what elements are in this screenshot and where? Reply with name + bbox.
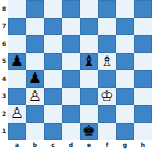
file-label-c: c — [44, 140, 62, 150]
file-labels: abcdefgh — [8, 140, 152, 150]
rank-label-1: 1 — [0, 123, 8, 141]
square-e8[interactable] — [80, 0, 98, 18]
square-f7[interactable] — [98, 18, 116, 36]
square-c1[interactable] — [44, 123, 62, 141]
square-h1[interactable] — [134, 123, 152, 141]
chess-diagram: 87654321 ♟♝♝♗♟♟♙♚♔♟♙♚ abcdefgh — [0, 0, 152, 150]
square-c5[interactable] — [44, 53, 62, 71]
square-e4[interactable] — [80, 70, 98, 88]
file-label-b: b — [26, 140, 44, 150]
square-b8[interactable] — [26, 0, 44, 18]
square-g6[interactable] — [116, 35, 134, 53]
white-king-outline-glyph: ♔ — [98, 88, 116, 106]
square-d2[interactable] — [62, 105, 80, 123]
square-g1[interactable] — [116, 123, 134, 141]
square-b4[interactable]: ♟ — [26, 70, 44, 88]
square-d3[interactable] — [62, 88, 80, 106]
file-label-d: d — [62, 140, 80, 150]
file-label-h: h — [134, 140, 152, 150]
piece-white-king-f3[interactable]: ♚♔ — [98, 88, 116, 106]
square-h6[interactable] — [134, 35, 152, 53]
square-h8[interactable] — [134, 0, 152, 18]
square-f4[interactable] — [98, 70, 116, 88]
square-h3[interactable] — [134, 88, 152, 106]
square-d1[interactable] — [62, 123, 80, 141]
square-g8[interactable] — [116, 0, 134, 18]
square-h5[interactable] — [134, 53, 152, 71]
square-e3[interactable] — [80, 88, 98, 106]
piece-black-pawn-a5[interactable]: ♟ — [8, 53, 26, 71]
piece-white-pawn-b3[interactable]: ♟♙ — [26, 88, 44, 106]
square-a2[interactable]: ♟♙ — [8, 105, 26, 123]
square-g7[interactable] — [116, 18, 134, 36]
white-bishop-outline-glyph: ♗ — [98, 53, 116, 71]
square-f1[interactable] — [98, 123, 116, 141]
piece-black-king-e1[interactable]: ♚ — [80, 123, 98, 141]
square-f2[interactable] — [98, 105, 116, 123]
square-g2[interactable] — [116, 105, 134, 123]
square-b5[interactable] — [26, 53, 44, 71]
square-e7[interactable] — [80, 18, 98, 36]
square-h4[interactable] — [134, 70, 152, 88]
square-d4[interactable] — [62, 70, 80, 88]
piece-white-pawn-a2[interactable]: ♟♙ — [8, 105, 26, 123]
square-f6[interactable] — [98, 35, 116, 53]
square-b1[interactable] — [26, 123, 44, 141]
square-d5[interactable] — [62, 53, 80, 71]
square-g4[interactable] — [116, 70, 134, 88]
rank-label-2: 2 — [0, 105, 8, 123]
file-label-f: f — [98, 140, 116, 150]
square-e1[interactable]: ♚ — [80, 123, 98, 141]
square-h7[interactable] — [134, 18, 152, 36]
file-label-g: g — [116, 140, 134, 150]
square-f5[interactable]: ♝♗ — [98, 53, 116, 71]
rank-label-4: 4 — [0, 70, 8, 88]
board: ♟♝♝♗♟♟♙♚♔♟♙♚ — [8, 0, 152, 140]
square-a8[interactable] — [8, 0, 26, 18]
square-c4[interactable] — [44, 70, 62, 88]
square-f3[interactable]: ♚♔ — [98, 88, 116, 106]
rank-label-7: 7 — [0, 18, 8, 36]
rank-labels: 87654321 — [0, 0, 8, 140]
square-a1[interactable] — [8, 123, 26, 141]
square-d7[interactable] — [62, 18, 80, 36]
square-c2[interactable] — [44, 105, 62, 123]
piece-white-bishop-f5[interactable]: ♝♗ — [98, 53, 116, 71]
white-pawn-outline-glyph: ♙ — [8, 105, 26, 123]
square-d6[interactable] — [62, 35, 80, 53]
file-label-e: e — [80, 140, 98, 150]
square-a7[interactable] — [8, 18, 26, 36]
square-d8[interactable] — [62, 0, 80, 18]
square-a5[interactable]: ♟ — [8, 53, 26, 71]
square-g3[interactable] — [116, 88, 134, 106]
piece-black-bishop-e5[interactable]: ♝ — [80, 53, 98, 71]
square-b7[interactable] — [26, 18, 44, 36]
square-e6[interactable] — [80, 35, 98, 53]
square-b2[interactable] — [26, 105, 44, 123]
square-c3[interactable] — [44, 88, 62, 106]
square-c6[interactable] — [44, 35, 62, 53]
rank-label-5: 5 — [0, 53, 8, 71]
square-a3[interactable] — [8, 88, 26, 106]
rank-label-3: 3 — [0, 88, 8, 106]
file-label-a: a — [8, 140, 26, 150]
square-c7[interactable] — [44, 18, 62, 36]
rank-label-8: 8 — [0, 0, 8, 18]
square-f8[interactable] — [98, 0, 116, 18]
square-a4[interactable] — [8, 70, 26, 88]
square-g5[interactable] — [116, 53, 134, 71]
square-b6[interactable] — [26, 35, 44, 53]
rank-label-6: 6 — [0, 35, 8, 53]
square-a6[interactable] — [8, 35, 26, 53]
piece-black-pawn-b4[interactable]: ♟ — [26, 70, 44, 88]
square-e5[interactable]: ♝ — [80, 53, 98, 71]
white-pawn-outline-glyph: ♙ — [26, 88, 44, 106]
square-e2[interactable] — [80, 105, 98, 123]
square-h2[interactable] — [134, 105, 152, 123]
square-b3[interactable]: ♟♙ — [26, 88, 44, 106]
square-c8[interactable] — [44, 0, 62, 18]
